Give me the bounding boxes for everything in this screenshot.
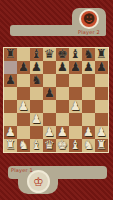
square-h1[interactable]: ♜ — [95, 139, 108, 152]
piece-white-pawn[interactable]: ♟ — [31, 113, 42, 126]
player-avatar[interactable]: ♔ — [27, 170, 50, 193]
square-a6[interactable]: ♟ — [4, 74, 17, 87]
chess-board[interactable]: ♜♝♛♚♝♞♜♟♟♟♟♟♟♟♞♟♟♟♟♟♟♟♟♟♜♞♝♛♚♝♞♜ — [3, 47, 109, 153]
square-e6[interactable] — [56, 74, 69, 87]
opponent-face-icon: ☻ — [83, 13, 96, 25]
square-b3[interactable] — [17, 113, 30, 126]
square-d8[interactable]: ♛ — [43, 48, 56, 61]
square-b6[interactable] — [17, 74, 30, 87]
white-king-emblem-icon: ♔ — [33, 176, 44, 188]
square-e5[interactable] — [56, 87, 69, 100]
square-e1[interactable]: ♚ — [56, 139, 69, 152]
piece-white-rook[interactable]: ♜ — [5, 139, 16, 152]
square-e4[interactable] — [56, 100, 69, 113]
square-d7[interactable] — [43, 61, 56, 74]
square-h6[interactable] — [95, 74, 108, 87]
square-f4[interactable]: ♟ — [69, 100, 82, 113]
square-f6[interactable] — [69, 74, 82, 87]
square-f7[interactable]: ♟ — [69, 61, 82, 74]
square-b7[interactable]: ♟ — [17, 61, 30, 74]
piece-white-knight[interactable]: ♞ — [18, 139, 29, 152]
piece-black-knight[interactable]: ♞ — [31, 74, 42, 87]
square-g1[interactable]: ♞ — [82, 139, 95, 152]
square-b1[interactable]: ♞ — [17, 139, 30, 152]
opponent-name-label: Player 2 — [72, 30, 106, 35]
piece-black-pawn[interactable]: ♟ — [96, 61, 107, 74]
piece-white-queen[interactable]: ♛ — [44, 139, 55, 152]
piece-black-pawn[interactable]: ♟ — [5, 74, 16, 87]
square-c1[interactable]: ♝ — [30, 139, 43, 152]
square-f1[interactable]: ♝ — [69, 139, 82, 152]
piece-black-pawn[interactable]: ♟ — [57, 61, 68, 74]
square-b4[interactable]: ♟ — [17, 100, 30, 113]
piece-white-pawn[interactable]: ♟ — [18, 100, 29, 113]
piece-white-rook[interactable]: ♜ — [96, 139, 107, 152]
piece-white-bishop[interactable]: ♝ — [31, 139, 42, 152]
square-c6[interactable]: ♞ — [30, 74, 43, 87]
square-c3[interactable]: ♟ — [30, 113, 43, 126]
square-g5[interactable] — [82, 87, 95, 100]
piece-white-king[interactable]: ♚ — [57, 139, 68, 152]
square-h5[interactable] — [95, 87, 108, 100]
piece-black-pawn[interactable]: ♟ — [83, 61, 94, 74]
square-c5[interactable] — [30, 87, 43, 100]
piece-black-pawn[interactable]: ♟ — [70, 61, 81, 74]
square-a1[interactable]: ♜ — [4, 139, 17, 152]
piece-black-rook[interactable]: ♜ — [5, 48, 16, 61]
square-h4[interactable] — [95, 100, 108, 113]
square-d1[interactable]: ♛ — [43, 139, 56, 152]
square-d5[interactable]: ♟ — [43, 87, 56, 100]
chess-app-screen: ☻ Player 2 ♜♝♛♚♝♞♜♟♟♟♟♟♟♟♞♟♟♟♟♟♟♟♟♟♜♞♝♛♚… — [0, 0, 113, 200]
square-a4[interactable] — [4, 100, 17, 113]
square-g6[interactable] — [82, 74, 95, 87]
square-a8[interactable]: ♜ — [4, 48, 17, 61]
piece-white-bishop[interactable]: ♝ — [70, 139, 81, 152]
square-a5[interactable] — [4, 87, 17, 100]
square-h7[interactable]: ♟ — [95, 61, 108, 74]
square-d4[interactable] — [43, 100, 56, 113]
player-name-label: Player 1 — [11, 168, 33, 173]
piece-white-knight[interactable]: ♞ — [83, 139, 94, 152]
opponent-avatar[interactable]: ☻ — [79, 9, 99, 29]
piece-black-pawn[interactable]: ♟ — [18, 61, 29, 74]
piece-black-pawn[interactable]: ♟ — [44, 87, 55, 100]
square-g4[interactable] — [82, 100, 95, 113]
piece-black-queen[interactable]: ♛ — [44, 48, 55, 61]
piece-white-pawn[interactable]: ♟ — [70, 100, 81, 113]
square-g7[interactable]: ♟ — [82, 61, 95, 74]
square-f3[interactable] — [69, 113, 82, 126]
square-e7[interactable]: ♟ — [56, 61, 69, 74]
